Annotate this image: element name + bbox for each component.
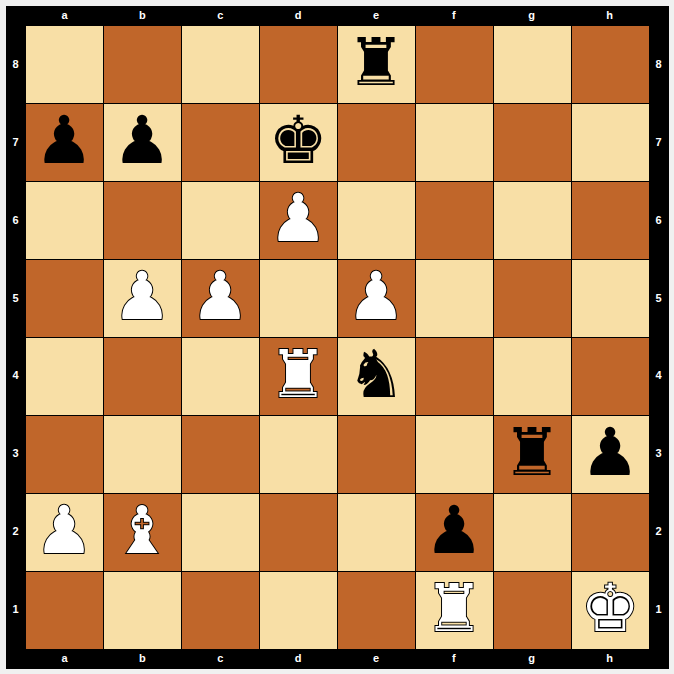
square-g4[interactable] [494,338,571,415]
square-e5[interactable]: ♟ [338,260,415,337]
black-pawn-icon[interactable]: ♟ [424,494,483,569]
square-h5[interactable] [572,260,649,337]
file-label-g: g [493,6,571,26]
frame-corner-bottom-right [649,649,669,669]
square-b1[interactable] [104,572,181,649]
square-g7[interactable] [494,104,571,181]
square-b4[interactable] [104,338,181,415]
square-d8[interactable] [260,26,337,103]
rank-label-2: 2 [6,493,26,571]
rank-labels-right: 87654321 [649,26,669,649]
file-label-b: b [103,6,181,26]
square-e4[interactable]: ♞ [338,338,415,415]
square-a3[interactable] [26,416,103,493]
white-rook-icon[interactable]: ♜ [268,338,327,413]
file-label-d: d [259,649,337,669]
frame-corner-top-right [649,6,669,26]
square-f2[interactable]: ♟ [416,494,493,571]
square-h8[interactable] [572,26,649,103]
square-d5[interactable] [260,260,337,337]
rank-label-6: 6 [649,181,669,259]
square-c4[interactable] [182,338,259,415]
square-h3[interactable]: ♟ [572,416,649,493]
board-frame: abcdefgh 87654321 ♜♟♟♚♟♟♟♟♜♞♜♟♟♝♟♜♚ 8765… [6,6,669,669]
white-pawn-icon[interactable]: ♟ [112,260,171,335]
square-e6[interactable] [338,182,415,259]
frame-corner-top-left [6,6,26,26]
square-d4[interactable]: ♜ [260,338,337,415]
square-e3[interactable] [338,416,415,493]
rank-label-4: 4 [649,337,669,415]
black-knight-icon[interactable]: ♞ [346,338,405,413]
square-f7[interactable] [416,104,493,181]
square-g6[interactable] [494,182,571,259]
square-d6[interactable]: ♟ [260,182,337,259]
rank-label-5: 5 [6,259,26,337]
black-pawn-icon[interactable]: ♟ [112,104,171,179]
square-f5[interactable] [416,260,493,337]
white-pawn-icon[interactable]: ♟ [346,260,405,335]
square-h4[interactable] [572,338,649,415]
square-a5[interactable] [26,260,103,337]
white-bishop-icon[interactable]: ♝ [112,494,171,569]
square-c7[interactable] [182,104,259,181]
square-c6[interactable] [182,182,259,259]
square-h7[interactable] [572,104,649,181]
file-label-f: f [415,649,493,669]
square-b8[interactable] [104,26,181,103]
square-g8[interactable] [494,26,571,103]
square-g5[interactable] [494,260,571,337]
rank-label-3: 3 [649,415,669,493]
rank-label-6: 6 [6,181,26,259]
white-king-icon[interactable]: ♚ [580,572,639,647]
square-a8[interactable] [26,26,103,103]
square-f8[interactable] [416,26,493,103]
rank-label-7: 7 [649,103,669,181]
square-a6[interactable] [26,182,103,259]
white-pawn-icon[interactable]: ♟ [34,494,93,569]
square-c3[interactable] [182,416,259,493]
square-f6[interactable] [416,182,493,259]
square-c5[interactable]: ♟ [182,260,259,337]
black-pawn-icon[interactable]: ♟ [34,104,93,179]
rank-label-7: 7 [6,103,26,181]
file-label-c: c [181,6,259,26]
square-b3[interactable] [104,416,181,493]
frame-corner-bottom-left [6,649,26,669]
square-e8[interactable]: ♜ [338,26,415,103]
rank-label-8: 8 [649,26,669,104]
square-e7[interactable] [338,104,415,181]
rank-label-5: 5 [649,259,669,337]
square-c2[interactable] [182,494,259,571]
rank-label-1: 1 [6,571,26,649]
square-h1[interactable]: ♚ [572,572,649,649]
black-pawn-icon[interactable]: ♟ [580,416,639,491]
square-h2[interactable] [572,494,649,571]
square-a2[interactable]: ♟ [26,494,103,571]
square-g1[interactable] [494,572,571,649]
rank-label-2: 2 [649,493,669,571]
black-king-icon[interactable]: ♚ [268,104,327,179]
file-label-e: e [337,649,415,669]
file-labels-top: abcdefgh [26,6,649,26]
square-b7[interactable]: ♟ [104,104,181,181]
file-label-h: h [571,6,649,26]
rank-label-4: 4 [6,337,26,415]
rank-label-8: 8 [6,26,26,104]
black-rook-icon[interactable]: ♜ [502,416,561,491]
square-d1[interactable] [260,572,337,649]
square-d3[interactable] [260,416,337,493]
white-pawn-icon[interactable]: ♟ [190,260,249,335]
square-h6[interactable] [572,182,649,259]
white-pawn-icon[interactable]: ♟ [268,182,327,257]
square-d2[interactable] [260,494,337,571]
file-label-d: d [259,6,337,26]
square-a7[interactable]: ♟ [26,104,103,181]
square-c1[interactable] [182,572,259,649]
file-label-g: g [493,649,571,669]
square-c8[interactable] [182,26,259,103]
rank-label-1: 1 [649,571,669,649]
file-label-a: a [26,6,104,26]
square-d7[interactable]: ♚ [260,104,337,181]
square-a4[interactable] [26,338,103,415]
rank-label-3: 3 [6,415,26,493]
board: ♜♟♟♚♟♟♟♟♜♞♜♟♟♝♟♜♚ [26,26,649,649]
square-g3[interactable]: ♜ [494,416,571,493]
square-f4[interactable] [416,338,493,415]
file-label-h: h [571,649,649,669]
square-b6[interactable] [104,182,181,259]
square-b5[interactable]: ♟ [104,260,181,337]
white-rook-icon[interactable]: ♜ [424,572,483,647]
square-f3[interactable] [416,416,493,493]
square-e1[interactable] [338,572,415,649]
file-label-c: c [181,649,259,669]
square-f1[interactable]: ♜ [416,572,493,649]
rank-labels-left: 87654321 [6,26,26,649]
file-label-e: e [337,6,415,26]
square-g2[interactable] [494,494,571,571]
black-rook-icon[interactable]: ♜ [346,26,405,101]
square-a1[interactable] [26,572,103,649]
file-labels-bottom: abcdefgh [26,649,649,669]
square-e2[interactable] [338,494,415,571]
file-label-f: f [415,6,493,26]
square-b2[interactable]: ♝ [104,494,181,571]
file-label-b: b [103,649,181,669]
file-label-a: a [26,649,104,669]
